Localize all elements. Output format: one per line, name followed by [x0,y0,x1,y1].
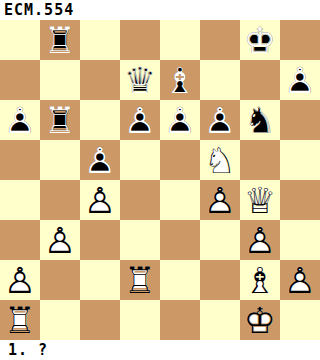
square-b1[interactable] [40,300,80,340]
black-queen: ♛♕ [120,60,160,100]
white-rook: ♜♖ [0,300,40,340]
square-b8[interactable]: ♜♖ [40,20,80,60]
square-h2[interactable]: ♟♙ [280,260,320,300]
square-b3[interactable]: ♟♙ [40,220,80,260]
white-pawn: ♟♙ [240,220,280,260]
square-f2[interactable] [200,260,240,300]
square-e6[interactable]: ♟♙ [160,100,200,140]
square-g6[interactable]: ♞♘ [240,100,280,140]
white-queen: ♛♕ [240,180,280,220]
square-e4[interactable] [160,180,200,220]
black-pawn: ♟♙ [280,60,320,100]
square-c5[interactable]: ♟♙ [80,140,120,180]
square-b6[interactable]: ♜♖ [40,100,80,140]
square-h5[interactable] [280,140,320,180]
move-prompt: 1. ? [8,341,48,359]
square-d5[interactable] [120,140,160,180]
square-g1[interactable]: ♚♔ [240,300,280,340]
square-g3[interactable]: ♟♙ [240,220,280,260]
square-c1[interactable] [80,300,120,340]
square-c6[interactable] [80,100,120,140]
square-b5[interactable] [40,140,80,180]
square-e5[interactable] [160,140,200,180]
square-c8[interactable] [80,20,120,60]
white-pawn: ♟♙ [40,220,80,260]
square-g5[interactable] [240,140,280,180]
square-g2[interactable]: ♝♗ [240,260,280,300]
square-d6[interactable]: ♟♙ [120,100,160,140]
square-e3[interactable] [160,220,200,260]
square-c7[interactable] [80,60,120,100]
black-pawn: ♟♙ [200,100,240,140]
puzzle-title: ECM.554 [4,1,74,19]
black-bishop: ♝♗ [160,60,200,100]
square-f4[interactable]: ♟♙ [200,180,240,220]
square-b7[interactable] [40,60,80,100]
square-g8[interactable]: ♚♔ [240,20,280,60]
square-a3[interactable] [0,220,40,260]
title-bar: ECM.554 [0,0,320,20]
black-pawn: ♟♙ [80,140,120,180]
square-d1[interactable] [120,300,160,340]
square-f5[interactable]: ♞♘ [200,140,240,180]
square-a1[interactable]: ♜♖ [0,300,40,340]
square-h8[interactable] [280,20,320,60]
chess-board: ♜♖♚♔♛♕♝♗♟♙♟♙♜♖♟♙♟♙♟♙♞♘♟♙♞♘♟♙♟♙♛♕♟♙♟♙♟♙♜♖… [0,20,320,340]
black-king: ♚♔ [240,20,280,60]
square-f3[interactable] [200,220,240,260]
square-c4[interactable]: ♟♙ [80,180,120,220]
square-g4[interactable]: ♛♕ [240,180,280,220]
square-a8[interactable] [0,20,40,60]
square-d3[interactable] [120,220,160,260]
square-a6[interactable]: ♟♙ [0,100,40,140]
white-bishop: ♝♗ [240,260,280,300]
white-king: ♚♔ [240,300,280,340]
square-a4[interactable] [0,180,40,220]
white-knight: ♞♘ [200,140,240,180]
square-a5[interactable] [0,140,40,180]
white-pawn: ♟♙ [200,180,240,220]
square-d7[interactable]: ♛♕ [120,60,160,100]
square-e7[interactable]: ♝♗ [160,60,200,100]
black-knight: ♞♘ [240,100,280,140]
square-d8[interactable] [120,20,160,60]
square-d2[interactable]: ♜♖ [120,260,160,300]
square-h3[interactable] [280,220,320,260]
square-e2[interactable] [160,260,200,300]
square-f7[interactable] [200,60,240,100]
square-b2[interactable] [40,260,80,300]
square-d4[interactable] [120,180,160,220]
square-f8[interactable] [200,20,240,60]
square-f1[interactable] [200,300,240,340]
square-e1[interactable] [160,300,200,340]
square-c2[interactable] [80,260,120,300]
black-pawn: ♟♙ [160,100,200,140]
square-h4[interactable] [280,180,320,220]
black-rook: ♜♖ [40,20,80,60]
white-pawn: ♟♙ [280,260,320,300]
square-a2[interactable]: ♟♙ [0,260,40,300]
square-e8[interactable] [160,20,200,60]
square-h1[interactable] [280,300,320,340]
square-h6[interactable] [280,100,320,140]
white-rook: ♜♖ [120,260,160,300]
white-pawn: ♟♙ [80,180,120,220]
prompt-bar: 1. ? [0,340,320,360]
square-a7[interactable] [0,60,40,100]
square-b4[interactable] [40,180,80,220]
black-rook: ♜♖ [40,100,80,140]
square-g7[interactable] [240,60,280,100]
black-pawn: ♟♙ [0,100,40,140]
black-pawn: ♟♙ [120,100,160,140]
square-f6[interactable]: ♟♙ [200,100,240,140]
square-c3[interactable] [80,220,120,260]
white-pawn: ♟♙ [0,260,40,300]
square-h7[interactable]: ♟♙ [280,60,320,100]
